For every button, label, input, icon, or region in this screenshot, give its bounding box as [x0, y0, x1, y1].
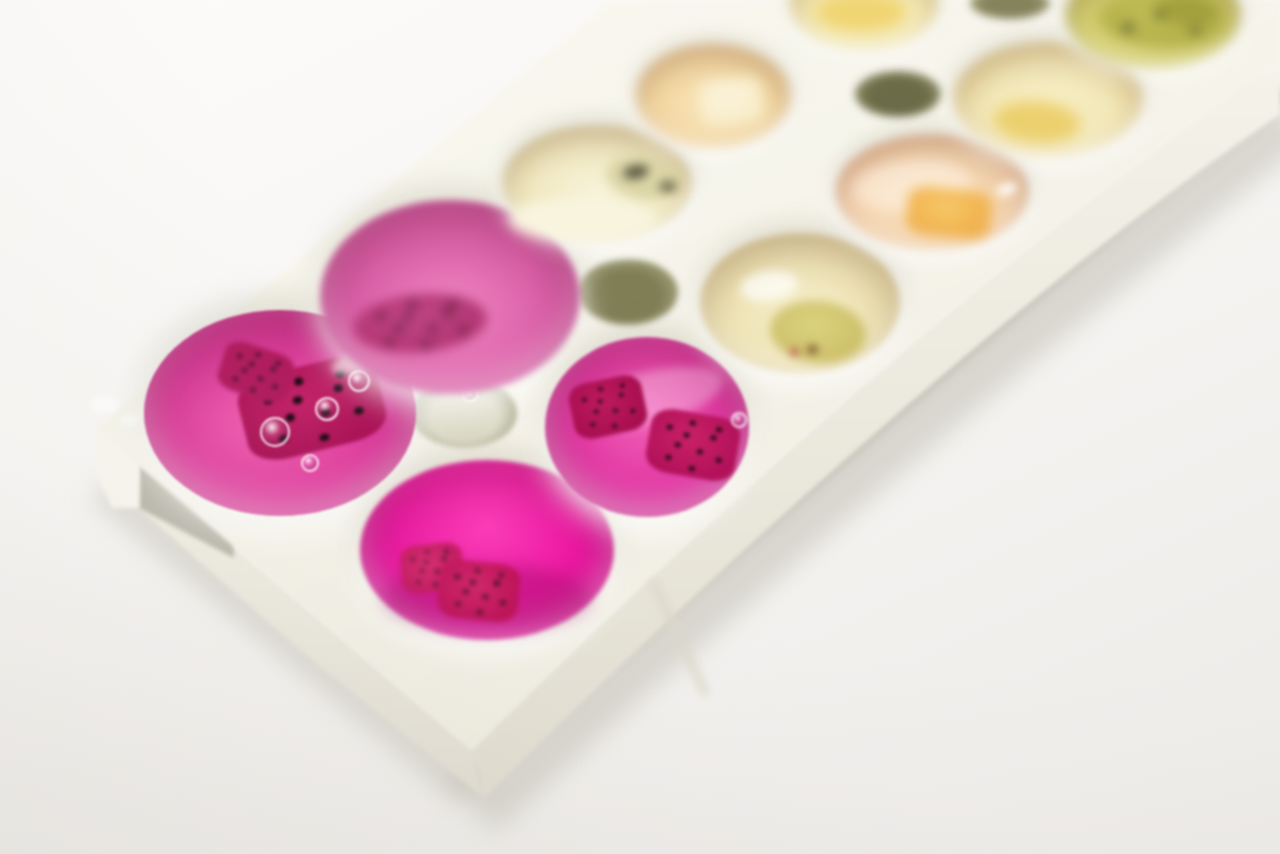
jelly-well-front-4-pineapple — [835, 134, 1029, 250]
fruit-piece-back-3-kiwi-2 — [603, 151, 682, 203]
photo-scene-fruit-jelly-tray — [0, 0, 1280, 854]
jelly-well-front-3-kiwi — [700, 233, 900, 373]
fruit-piece-front-2-dragonfruit-1 — [572, 355, 728, 441]
fruit-piece-back-3-kiwi-1 — [508, 197, 658, 241]
tray-contact-shadow — [482, 92, 1280, 778]
fruit-piece-back-3-kiwi-4 — [659, 181, 677, 192]
vent-holes-layer — [0, 0, 1280, 854]
fruit-piece-front-3-kiwi-3 — [807, 345, 818, 354]
tray-side-crease — [652, 580, 706, 695]
tray-foot — [95, 428, 139, 508]
fruit-piece-front-5-pineapple-1 — [992, 98, 1083, 146]
jelly-well-back-5-pineapple-cut — [790, 0, 938, 50]
fruit-piece-front-3-kiwi-1 — [767, 296, 869, 368]
fruit-piece-front-6-kiwi-cut-3 — [1122, 24, 1134, 32]
jelly-wells-layer — [0, 0, 1280, 854]
tray-side-face — [472, 64, 1280, 798]
jelly-well-front-5-pineapple — [953, 42, 1143, 156]
water-drip — [89, 397, 119, 413]
fruit-piece-back-1-dragonfruit-1 — [233, 349, 392, 467]
tray — [0, 0, 1280, 854]
hole-1 — [411, 378, 517, 448]
jelly-well-back-3-kiwi — [502, 125, 692, 241]
fruit-piece-front-4-pineapple-1 — [850, 156, 973, 216]
water-droplet-back-1-dragonfruit-6 — [462, 386, 478, 402]
hole-3 — [855, 71, 941, 117]
fruit-piece-front-6-kiwi-cut-5 — [1190, 27, 1201, 34]
fruit-piece-back-2-dragonfruit-1 — [351, 288, 490, 357]
jelly-well-back-2-dragonfruit — [320, 200, 580, 394]
hole-4 — [970, 0, 1050, 19]
fruit-piece-front-1-dragonfruit-2 — [399, 541, 466, 595]
fruit-piece-front-1-dragonfruit-3 — [436, 558, 522, 624]
fruit-piece-front-6-kiwi-cut-2 — [1155, 0, 1222, 29]
fruit-piece-front-6-kiwi-cut-1 — [1097, 0, 1228, 52]
fruit-piece-front-3-kiwi-2 — [738, 267, 800, 305]
fruit-piece-front-6-kiwi-cut-4 — [1155, 11, 1165, 18]
fruit-piece-front-4-pineapple-3 — [995, 180, 1020, 199]
fruit-piece-back-1-dragonfruit-2 — [214, 337, 298, 407]
fruit-piece-back-4-pineapple-1 — [697, 75, 765, 127]
tray-left-end-face — [95, 428, 484, 798]
tray-drop-shadow — [470, 112, 1280, 806]
water-drip — [121, 414, 139, 426]
fruit-piece-back-3-kiwi-3 — [622, 163, 650, 181]
jelly-well-front-6-kiwi-cut — [1065, 0, 1241, 68]
fruit-piece-front-2-dragonfruit-2 — [566, 372, 650, 442]
tray-foot-notch-shadow — [139, 464, 234, 558]
water-droplet-back-1-dragonfruit-5 — [399, 348, 419, 368]
jelly-well-back-4-pineapple — [635, 44, 791, 148]
water-droplet-front-2-dragonfruit-1 — [731, 412, 747, 428]
fruit-piece-front-1-dragonfruit-1 — [382, 564, 592, 632]
water-droplet-back-1-dragonfruit-4 — [348, 370, 370, 392]
fruit-piece-back-5-pineapple-cut-1 — [815, 0, 907, 32]
water-droplet-back-1-dragonfruit-2 — [315, 397, 339, 421]
photo-vignette — [0, 0, 1280, 854]
water-droplet-back-1-dragonfruit-3 — [301, 454, 319, 472]
jelly-well-front-2-dragonfruit — [545, 337, 749, 517]
water-droplet-back-1-dragonfruit-1 — [260, 417, 290, 447]
fruit-piece-front-2-dragonfruit-3 — [643, 406, 743, 485]
jelly-well-front-1-dragonfruit — [360, 460, 614, 640]
fruit-piece-front-3-kiwi-4 — [790, 348, 799, 356]
tray-drop-shadow-left — [104, 486, 472, 792]
jelly-well-back-1-dragonfruit — [144, 310, 416, 516]
fruit-piece-back-1-dragonfruit-3 — [328, 340, 396, 381]
tray-top-surface — [95, 0, 1280, 750]
hole-2 — [578, 259, 678, 325]
fruit-piece-front-4-pineapple-2 — [905, 185, 994, 242]
